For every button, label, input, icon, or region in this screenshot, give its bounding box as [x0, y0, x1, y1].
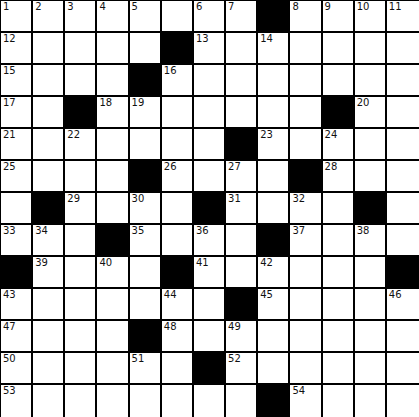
black-cell-r8c0 [1, 257, 33, 289]
cell-r3c6[interactable] [194, 97, 226, 129]
cell-r6c0[interactable] [1, 193, 33, 225]
clue-number-48: 48 [164, 321, 177, 333]
cell-r3c3[interactable]: 18 [97, 97, 129, 129]
cell-r11c5[interactable] [162, 353, 194, 385]
cell-r9c9[interactable] [290, 289, 322, 321]
cell-r4c5[interactable] [162, 129, 194, 161]
cell-r2c2[interactable] [65, 65, 97, 97]
cell-r12c12[interactable] [387, 385, 419, 417]
clue-number-29: 29 [67, 193, 80, 205]
cell-r7c12[interactable] [387, 225, 419, 257]
cell-r7c11[interactable]: 38 [355, 225, 387, 257]
cell-r5c10[interactable]: 28 [323, 161, 355, 193]
clue-number-15: 15 [3, 65, 16, 77]
cell-r4c10[interactable]: 24 [323, 129, 355, 161]
cell-r6c10[interactable] [323, 193, 355, 225]
cell-r11c1[interactable] [33, 353, 65, 385]
black-cell-r4c7 [226, 129, 258, 161]
cell-r10c7[interactable]: 49 [226, 321, 258, 353]
cell-r12c2[interactable] [65, 385, 97, 417]
clue-number-30: 30 [132, 193, 145, 205]
cell-r9c11[interactable] [355, 289, 387, 321]
cell-r1c6[interactable]: 13 [194, 33, 226, 65]
cell-r10c5[interactable]: 48 [162, 321, 194, 353]
cell-r12c10[interactable] [323, 385, 355, 417]
cell-r6c8[interactable] [258, 193, 290, 225]
cell-r3c0[interactable]: 17 [1, 97, 33, 129]
cell-r3c7[interactable] [226, 97, 258, 129]
cell-r1c11[interactable] [355, 33, 387, 65]
cell-r8c2[interactable] [65, 257, 97, 289]
cell-r4c1[interactable] [33, 129, 65, 161]
cell-r2c10[interactable] [323, 65, 355, 97]
cell-r11c2[interactable] [65, 353, 97, 385]
cell-r0c11[interactable]: 10 [355, 1, 387, 33]
cell-r9c12[interactable]: 46 [387, 289, 419, 321]
cell-r2c8[interactable] [258, 65, 290, 97]
cell-r1c3[interactable] [97, 33, 129, 65]
clue-number-21: 21 [3, 129, 16, 141]
cell-r7c4[interactable]: 35 [130, 225, 162, 257]
cell-r10c10[interactable] [323, 321, 355, 353]
clue-number-46: 46 [389, 289, 402, 301]
cell-r12c7[interactable] [226, 385, 258, 417]
clue-number-4: 4 [99, 1, 105, 13]
black-cell-r10c4 [130, 321, 162, 353]
clue-number-28: 28 [325, 161, 338, 173]
clue-number-12: 12 [3, 33, 16, 45]
cell-r7c7[interactable] [226, 225, 258, 257]
cell-r5c7[interactable]: 27 [226, 161, 258, 193]
cell-r10c3[interactable] [97, 321, 129, 353]
clue-number-17: 17 [3, 97, 16, 109]
black-cell-r9c7 [226, 289, 258, 321]
clue-number-8: 8 [292, 1, 298, 13]
cell-r12c1[interactable] [33, 385, 65, 417]
cell-r3c5[interactable] [162, 97, 194, 129]
clue-number-33: 33 [3, 225, 16, 237]
cell-r7c6[interactable]: 36 [194, 225, 226, 257]
clue-number-49: 49 [228, 321, 241, 333]
cell-r2c5[interactable]: 16 [162, 65, 194, 97]
black-cell-r7c8 [258, 225, 290, 257]
cell-r11c10[interactable] [323, 353, 355, 385]
cell-r8c8[interactable]: 42 [258, 257, 290, 289]
cell-r4c9[interactable] [290, 129, 322, 161]
cell-r4c0[interactable]: 21 [1, 129, 33, 161]
cell-r12c6[interactable] [194, 385, 226, 417]
cell-r1c8[interactable]: 14 [258, 33, 290, 65]
cell-r8c4[interactable] [130, 257, 162, 289]
clue-number-6: 6 [196, 1, 202, 13]
cell-r10c8[interactable] [258, 321, 290, 353]
clue-number-9: 9 [325, 1, 331, 13]
cell-r11c3[interactable] [97, 353, 129, 385]
black-cell-r5c9 [290, 161, 322, 193]
black-cell-r3c10 [323, 97, 355, 129]
cell-r6c5[interactable] [162, 193, 194, 225]
cell-r0c6[interactable]: 6 [194, 1, 226, 33]
clue-number-10: 10 [357, 1, 370, 13]
cell-r11c11[interactable] [355, 353, 387, 385]
clue-number-24: 24 [325, 129, 338, 141]
cell-r8c10[interactable] [323, 257, 355, 289]
cell-r2c12[interactable] [387, 65, 419, 97]
clue-number-2: 2 [35, 1, 41, 13]
clue-number-37: 37 [292, 225, 305, 237]
clue-number-7: 7 [228, 1, 234, 13]
cell-r6c7[interactable]: 31 [226, 193, 258, 225]
cell-r1c12[interactable] [387, 33, 419, 65]
cell-r0c5[interactable] [162, 1, 194, 33]
cell-r6c9[interactable]: 32 [290, 193, 322, 225]
cell-r1c4[interactable] [130, 33, 162, 65]
cell-r2c0[interactable]: 15 [1, 65, 33, 97]
clue-number-34: 34 [35, 225, 48, 237]
cell-r6c12[interactable] [387, 193, 419, 225]
cell-r5c11[interactable] [355, 161, 387, 193]
cell-r10c6[interactable] [194, 321, 226, 353]
clue-number-54: 54 [292, 385, 305, 397]
black-cell-r6c6 [194, 193, 226, 225]
clue-number-51: 51 [132, 353, 145, 365]
cell-r9c3[interactable] [97, 289, 129, 321]
black-cell-r12c8 [258, 385, 290, 417]
cell-r4c3[interactable] [97, 129, 129, 161]
clue-number-35: 35 [132, 225, 145, 237]
clue-number-18: 18 [99, 97, 112, 109]
cell-r7c10[interactable] [323, 225, 355, 257]
cell-r12c11[interactable] [355, 385, 387, 417]
black-cell-r3c2 [65, 97, 97, 129]
black-cell-r2c4 [130, 65, 162, 97]
cell-r5c2[interactable] [65, 161, 97, 193]
clue-number-36: 36 [196, 225, 209, 237]
black-cell-r11c6 [194, 353, 226, 385]
cell-r3c9[interactable] [290, 97, 322, 129]
cell-r0c10[interactable]: 9 [323, 1, 355, 33]
cell-r9c8[interactable]: 45 [258, 289, 290, 321]
cell-r7c0[interactable]: 33 [1, 225, 33, 257]
cell-r9c4[interactable] [130, 289, 162, 321]
cell-r3c8[interactable] [258, 97, 290, 129]
clue-number-27: 27 [228, 161, 241, 173]
clue-number-25: 25 [3, 161, 16, 173]
clue-number-44: 44 [164, 289, 177, 301]
clue-number-26: 26 [164, 161, 177, 173]
cell-r0c0[interactable]: 1 [1, 1, 33, 33]
black-cell-r5c4 [130, 161, 162, 193]
cell-r4c4[interactable] [130, 129, 162, 161]
clue-number-13: 13 [196, 33, 209, 45]
cell-r6c2[interactable]: 29 [65, 193, 97, 225]
cell-r0c7[interactable]: 7 [226, 1, 258, 33]
black-cell-r8c12 [387, 257, 419, 289]
clue-number-38: 38 [357, 225, 370, 237]
cell-r0c2[interactable]: 3 [65, 1, 97, 33]
cell-r7c2[interactable] [65, 225, 97, 257]
clue-number-39: 39 [35, 257, 48, 269]
cell-r8c11[interactable] [355, 257, 387, 289]
cell-r8c3[interactable]: 40 [97, 257, 129, 289]
cell-r8c7[interactable] [226, 257, 258, 289]
clue-number-32: 32 [292, 193, 305, 205]
cell-r9c5[interactable]: 44 [162, 289, 194, 321]
clue-number-16: 16 [164, 65, 177, 77]
cell-r5c1[interactable] [33, 161, 65, 193]
clue-number-40: 40 [99, 257, 112, 269]
cell-r11c8[interactable] [258, 353, 290, 385]
cell-r11c7[interactable]: 52 [226, 353, 258, 385]
cell-r4c11[interactable] [355, 129, 387, 161]
cell-r9c10[interactable] [323, 289, 355, 321]
cell-r2c7[interactable] [226, 65, 258, 97]
cell-r4c6[interactable] [194, 129, 226, 161]
cell-r12c3[interactable] [97, 385, 129, 417]
cell-r5c8[interactable] [258, 161, 290, 193]
cell-r10c11[interactable] [355, 321, 387, 353]
clue-number-3: 3 [67, 1, 73, 13]
cell-r1c10[interactable] [323, 33, 355, 65]
cell-r1c7[interactable] [226, 33, 258, 65]
cell-r10c2[interactable] [65, 321, 97, 353]
black-cell-r7c3 [97, 225, 129, 257]
cell-r11c0[interactable]: 50 [1, 353, 33, 385]
cell-r3c4[interactable]: 19 [130, 97, 162, 129]
cell-r1c0[interactable]: 12 [1, 33, 33, 65]
cell-r9c1[interactable] [33, 289, 65, 321]
cell-r7c9[interactable]: 37 [290, 225, 322, 257]
cell-r2c1[interactable] [33, 65, 65, 97]
clue-number-14: 14 [260, 33, 273, 45]
cell-r0c9[interactable]: 8 [290, 1, 322, 33]
cell-r0c3[interactable]: 4 [97, 1, 129, 33]
cell-r6c3[interactable] [97, 193, 129, 225]
clue-number-52: 52 [228, 353, 241, 365]
black-cell-r6c1 [33, 193, 65, 225]
cell-r8c6[interactable]: 41 [194, 257, 226, 289]
clue-number-45: 45 [260, 289, 273, 301]
black-cell-r8c5 [162, 257, 194, 289]
cell-r10c0[interactable]: 47 [1, 321, 33, 353]
clue-number-50: 50 [3, 353, 16, 365]
cell-r4c2[interactable]: 22 [65, 129, 97, 161]
cell-r5c3[interactable] [97, 161, 129, 193]
black-cell-r0c8 [258, 1, 290, 33]
cell-r5c0[interactable]: 25 [1, 161, 33, 193]
cell-r7c1[interactable]: 34 [33, 225, 65, 257]
cell-r9c6[interactable] [194, 289, 226, 321]
cell-r11c4[interactable]: 51 [130, 353, 162, 385]
cell-r8c1[interactable]: 39 [33, 257, 65, 289]
cell-r3c11[interactable]: 20 [355, 97, 387, 129]
cell-r2c11[interactable] [355, 65, 387, 97]
cell-r12c0[interactable]: 53 [1, 385, 33, 417]
cell-r5c12[interactable] [387, 161, 419, 193]
cell-r2c3[interactable] [97, 65, 129, 97]
cell-r11c12[interactable] [387, 353, 419, 385]
cell-r10c9[interactable] [290, 321, 322, 353]
cell-r2c6[interactable] [194, 65, 226, 97]
clue-number-43: 43 [3, 289, 16, 301]
cell-r9c0[interactable]: 43 [1, 289, 33, 321]
cell-r12c5[interactable] [162, 385, 194, 417]
cell-r4c12[interactable] [387, 129, 419, 161]
black-cell-r6c11 [355, 193, 387, 225]
cell-r10c1[interactable] [33, 321, 65, 353]
cell-r9c2[interactable] [65, 289, 97, 321]
cell-r5c5[interactable]: 26 [162, 161, 194, 193]
clue-number-47: 47 [3, 321, 16, 333]
black-cell-r1c5 [162, 33, 194, 65]
cell-r3c12[interactable] [387, 97, 419, 129]
clue-number-5: 5 [132, 1, 138, 13]
cell-r0c12[interactable]: 11 [387, 1, 419, 33]
cell-r11c9[interactable] [290, 353, 322, 385]
cell-r4c8[interactable]: 23 [258, 129, 290, 161]
clue-number-41: 41 [196, 257, 209, 269]
cell-r0c1[interactable]: 2 [33, 1, 65, 33]
clue-number-11: 11 [389, 1, 402, 13]
cell-r8c9[interactable] [290, 257, 322, 289]
clue-number-1: 1 [3, 1, 9, 13]
clue-number-23: 23 [260, 129, 273, 141]
clue-number-53: 53 [3, 385, 16, 397]
cell-r5c6[interactable] [194, 161, 226, 193]
clue-number-19: 19 [132, 97, 145, 109]
cell-r0c4[interactable]: 5 [130, 1, 162, 33]
clue-number-31: 31 [228, 193, 241, 205]
cell-r7c5[interactable] [162, 225, 194, 257]
clue-number-20: 20 [357, 97, 370, 109]
cell-r10c12[interactable] [387, 321, 419, 353]
cell-r6c4[interactable]: 30 [130, 193, 162, 225]
clue-number-22: 22 [67, 129, 80, 141]
cell-r12c9[interactable]: 54 [290, 385, 322, 417]
clue-number-42: 42 [260, 257, 273, 269]
cell-r1c2[interactable] [65, 33, 97, 65]
cell-r1c9[interactable] [290, 33, 322, 65]
cell-r3c1[interactable] [33, 97, 65, 129]
cell-r12c4[interactable] [130, 385, 162, 417]
cell-r2c9[interactable] [290, 65, 322, 97]
crossword-grid: 1234567891011121314151617181920212223242… [0, 0, 419, 417]
cell-r1c1[interactable] [33, 33, 65, 65]
